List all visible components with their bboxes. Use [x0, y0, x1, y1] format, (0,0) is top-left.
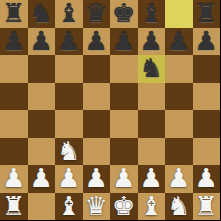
- white-pawn: ♟: [195, 165, 218, 193]
- white-pawn: ♟: [140, 165, 163, 193]
- black-bishop: ♝: [57, 0, 80, 28]
- square-f3[interactable]: [138, 138, 166, 166]
- square-d2[interactable]: ♟: [83, 165, 111, 193]
- black-rook: ♜: [2, 0, 25, 28]
- white-pawn: ♟: [2, 165, 25, 193]
- white-bishop: ♝: [57, 193, 80, 221]
- square-c5[interactable]: [55, 83, 83, 111]
- square-b6[interactable]: [28, 55, 56, 83]
- square-f8[interactable]: ♝: [138, 0, 166, 28]
- square-g2[interactable]: ♟: [165, 165, 193, 193]
- square-e7[interactable]: ♟: [110, 28, 138, 56]
- square-e1[interactable]: ♚: [110, 193, 138, 221]
- square-c4[interactable]: [55, 110, 83, 138]
- black-knight: ♞: [140, 55, 163, 83]
- square-a4[interactable]: [0, 110, 28, 138]
- white-king: ♚: [112, 193, 135, 221]
- black-knight: ♞: [30, 0, 53, 28]
- white-pawn: ♟: [112, 165, 135, 193]
- black-pawn: ♟: [167, 28, 190, 56]
- square-b1[interactable]: [28, 193, 56, 221]
- square-c6[interactable]: [55, 55, 83, 83]
- black-rook: ♜: [195, 0, 218, 28]
- black-bishop: ♝: [140, 0, 163, 28]
- square-e8[interactable]: ♚: [110, 0, 138, 28]
- square-h8[interactable]: ♜: [193, 0, 221, 28]
- white-pawn: ♟: [30, 165, 53, 193]
- square-a7[interactable]: ♟: [0, 28, 28, 56]
- black-pawn: ♟: [140, 28, 163, 56]
- square-h2[interactable]: ♟: [193, 165, 221, 193]
- square-a2[interactable]: ♟: [0, 165, 28, 193]
- black-pawn: ♟: [30, 28, 53, 56]
- white-rook: ♜: [195, 193, 218, 221]
- square-h4[interactable]: [193, 110, 221, 138]
- square-h5[interactable]: [193, 83, 221, 111]
- square-a3[interactable]: [0, 138, 28, 166]
- square-f1[interactable]: ♝: [138, 193, 166, 221]
- chess-board: ♜♞♝♛♚♝♜♟♟♟♟♟♟♟♟♞♞♟♟♟♟♟♟♟♟♜♝♛♚♝♞♜: [0, 0, 220, 220]
- square-g3[interactable]: [165, 138, 193, 166]
- white-rook: ♜: [2, 193, 25, 221]
- square-c8[interactable]: ♝: [55, 0, 83, 28]
- black-pawn: ♟: [112, 28, 135, 56]
- square-f7[interactable]: ♟: [138, 28, 166, 56]
- square-f6[interactable]: ♞: [138, 55, 166, 83]
- square-f4[interactable]: [138, 110, 166, 138]
- square-d8[interactable]: ♛: [83, 0, 111, 28]
- square-c3[interactable]: ♞: [55, 138, 83, 166]
- white-pawn: ♟: [85, 165, 108, 193]
- white-pawn: ♟: [167, 165, 190, 193]
- square-g7[interactable]: ♟: [165, 28, 193, 56]
- square-b8[interactable]: ♞: [28, 0, 56, 28]
- square-b3[interactable]: [28, 138, 56, 166]
- square-c1[interactable]: ♝: [55, 193, 83, 221]
- square-g5[interactable]: [165, 83, 193, 111]
- black-pawn: ♟: [85, 28, 108, 56]
- white-knight: ♞: [167, 193, 190, 221]
- square-g4[interactable]: [165, 110, 193, 138]
- black-pawn: ♟: [195, 28, 218, 56]
- square-g1[interactable]: ♞: [165, 193, 193, 221]
- square-a1[interactable]: ♜: [0, 193, 28, 221]
- square-f5[interactable]: [138, 83, 166, 111]
- square-b4[interactable]: [28, 110, 56, 138]
- square-d1[interactable]: ♛: [83, 193, 111, 221]
- black-pawn: ♟: [2, 28, 25, 56]
- square-d7[interactable]: ♟: [83, 28, 111, 56]
- square-g8[interactable]: [165, 0, 193, 28]
- square-d4[interactable]: [83, 110, 111, 138]
- white-pawn: ♟: [57, 165, 80, 193]
- square-a5[interactable]: [0, 83, 28, 111]
- square-h6[interactable]: [193, 55, 221, 83]
- square-e5[interactable]: [110, 83, 138, 111]
- square-e3[interactable]: [110, 138, 138, 166]
- square-g6[interactable]: [165, 55, 193, 83]
- black-king: ♚: [112, 0, 135, 28]
- square-b7[interactable]: ♟: [28, 28, 56, 56]
- white-knight: ♞: [57, 138, 80, 166]
- white-queen: ♛: [85, 193, 108, 221]
- black-pawn: ♟: [57, 28, 80, 56]
- square-b5[interactable]: [28, 83, 56, 111]
- square-c2[interactable]: ♟: [55, 165, 83, 193]
- square-f2[interactable]: ♟: [138, 165, 166, 193]
- square-c7[interactable]: ♟: [55, 28, 83, 56]
- square-e2[interactable]: ♟: [110, 165, 138, 193]
- square-h1[interactable]: ♜: [193, 193, 221, 221]
- square-d6[interactable]: [83, 55, 111, 83]
- square-e4[interactable]: [110, 110, 138, 138]
- square-h3[interactable]: [193, 138, 221, 166]
- white-bishop: ♝: [140, 193, 163, 221]
- square-d5[interactable]: [83, 83, 111, 111]
- square-b2[interactable]: ♟: [28, 165, 56, 193]
- square-a8[interactable]: ♜: [0, 0, 28, 28]
- square-a6[interactable]: [0, 55, 28, 83]
- square-d3[interactable]: [83, 138, 111, 166]
- square-e6[interactable]: [110, 55, 138, 83]
- square-h7[interactable]: ♟: [193, 28, 221, 56]
- black-queen: ♛: [85, 0, 108, 28]
